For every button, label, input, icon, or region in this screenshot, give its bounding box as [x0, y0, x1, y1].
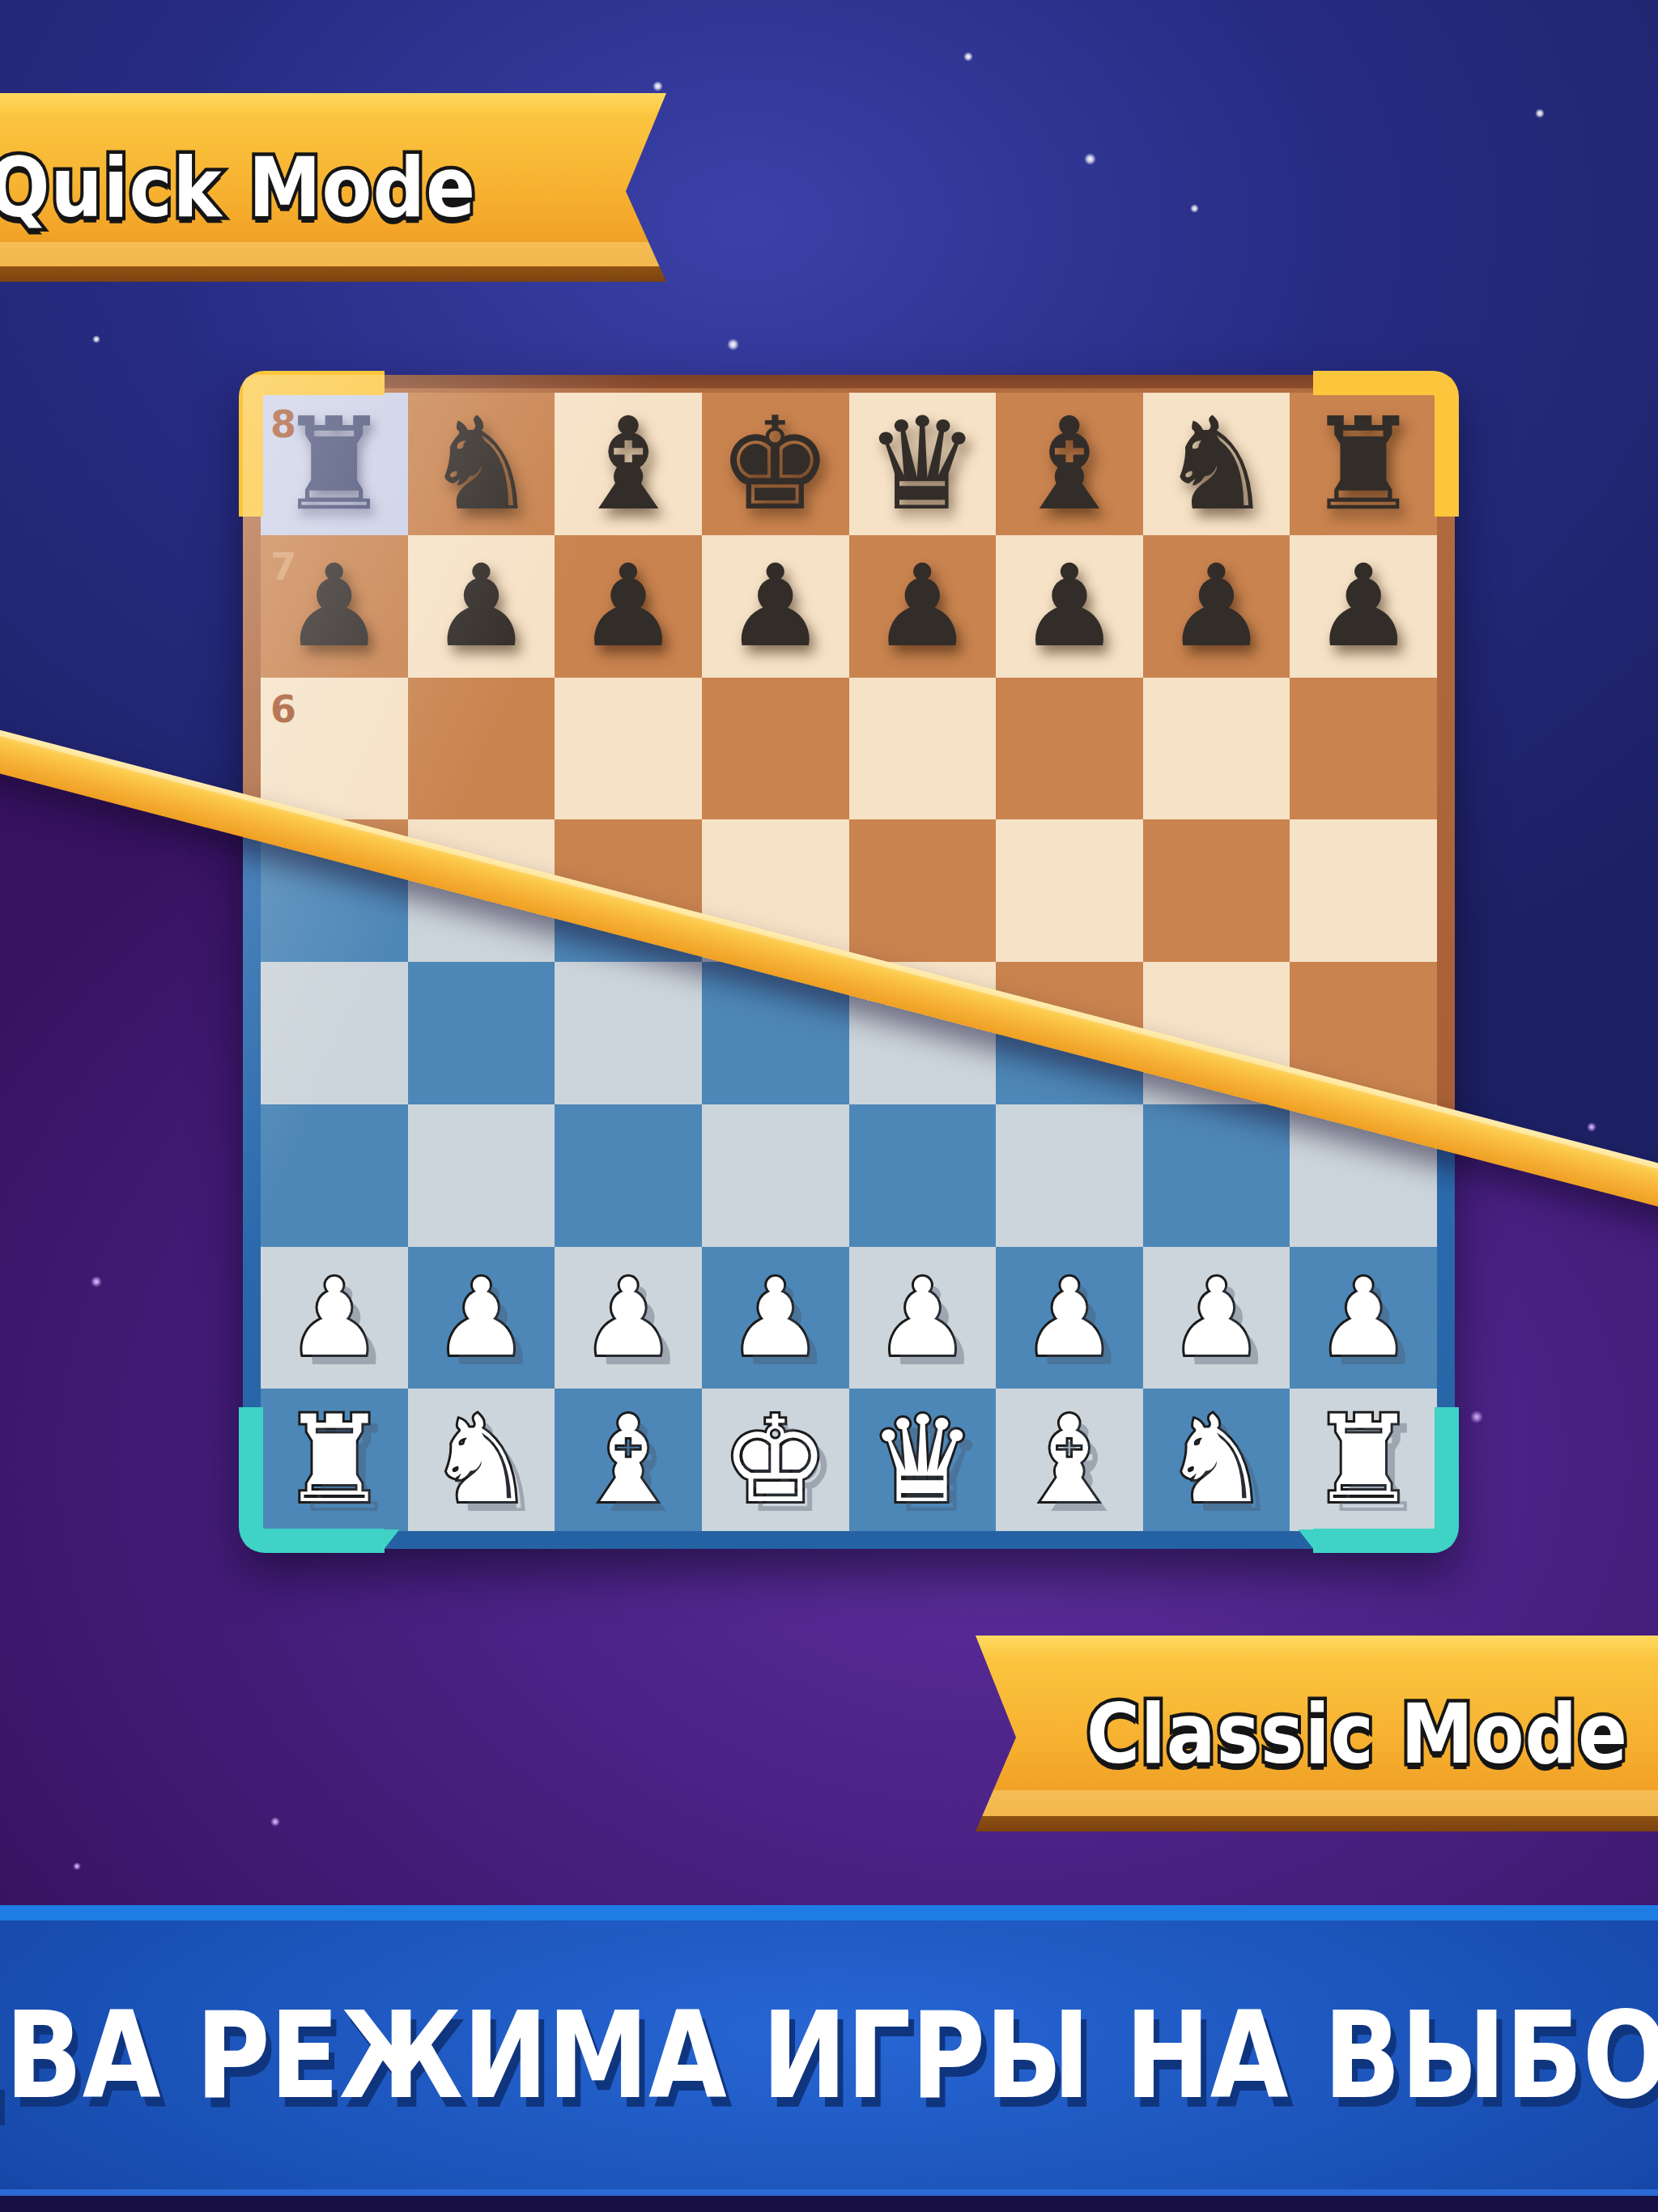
caption-bar: ДВА РЕЖИМА ИГРЫ НА ВЫБОР [0, 1905, 1658, 2212]
white-pawn-h2[interactable]: ♟ [1290, 1247, 1437, 1389]
white-queen-e1[interactable]: ♛ [849, 1389, 997, 1531]
white-pawn-e2[interactable]: ♟ [849, 1247, 997, 1389]
white-pawn-d2[interactable]: ♟ [702, 1247, 849, 1389]
white-king-d1[interactable]: ♚ [702, 1389, 849, 1531]
caption-bar-top-strip [0, 1905, 1658, 1921]
white-bishop-f1[interactable]: ♝ [996, 1389, 1143, 1531]
classic-mode-label: Classic Mode [1086, 1686, 1628, 1781]
caption-bar-main: ДВА РЕЖИМА ИГРЫ НА ВЫБОР [0, 1921, 1658, 2190]
black-bishop-c8[interactable]: ♝ [555, 393, 702, 535]
black-king-d8[interactable]: ♚ [702, 393, 849, 535]
classic-mode-banner[interactable]: Classic Mode [976, 1636, 1658, 1831]
black-pawn-c7[interactable]: ♟ [555, 535, 702, 678]
quick-mode-label: Quick Mode [0, 140, 476, 236]
sparkle-icon [1470, 1410, 1483, 1423]
black-rook-a8[interactable]: ♜ [261, 393, 408, 535]
white-pawn-g2[interactable]: ♟ [1143, 1247, 1290, 1389]
black-rook-h8[interactable]: ♜ [1290, 393, 1437, 535]
white-pawn-f2[interactable]: ♟ [996, 1247, 1143, 1389]
white-bishop-c1[interactable]: ♝ [555, 1389, 702, 1531]
sparkle-icon [91, 1276, 102, 1287]
caption-bar-bottom-dark-strip [0, 2196, 1658, 2212]
black-queen-e8[interactable]: ♛ [849, 393, 997, 535]
black-pawn-h7[interactable]: ♟ [1290, 535, 1437, 678]
sparkle-icon [73, 1862, 81, 1870]
black-bishop-f8[interactable]: ♝ [996, 393, 1143, 535]
white-rook-a1[interactable]: ♜ [261, 1389, 408, 1531]
black-knight-g8[interactable]: ♞ [1143, 393, 1290, 535]
black-pawn-g7[interactable]: ♟ [1143, 535, 1290, 678]
sparkle-icon [270, 1817, 280, 1827]
white-pawn-b2[interactable]: ♟ [408, 1247, 555, 1389]
white-knight-g1[interactable]: ♞ [1143, 1389, 1290, 1531]
black-pawn-e7[interactable]: ♟ [849, 535, 997, 678]
black-pawn-d7[interactable]: ♟ [702, 535, 849, 678]
black-pawn-a7[interactable]: ♟ [261, 535, 408, 678]
quick-mode-banner[interactable]: Quick Mode [0, 93, 666, 282]
white-knight-b1[interactable]: ♞ [408, 1389, 555, 1531]
caption-text: ДВА РЕЖИМА ИГРЫ НА ВЫБОР [0, 1986, 1658, 2125]
white-pawn-c2[interactable]: ♟ [555, 1247, 702, 1389]
white-pawn-a2[interactable]: ♟ [261, 1247, 408, 1389]
promo-screenshot-root: ♜♞♝♚♛♝♞♜♟♟♟♟♟♟♟♟♟♟♟♟♟♟♟♟♜♞♝♚♛♝♞♜ 876 Qui… [0, 0, 1658, 2212]
black-knight-b8[interactable]: ♞ [408, 393, 555, 535]
black-pawn-b7[interactable]: ♟ [408, 535, 555, 678]
black-pawn-f7[interactable]: ♟ [996, 535, 1143, 678]
caption-bar-bottom-line [0, 2189, 1658, 2196]
white-rook-h1[interactable]: ♜ [1290, 1389, 1437, 1531]
